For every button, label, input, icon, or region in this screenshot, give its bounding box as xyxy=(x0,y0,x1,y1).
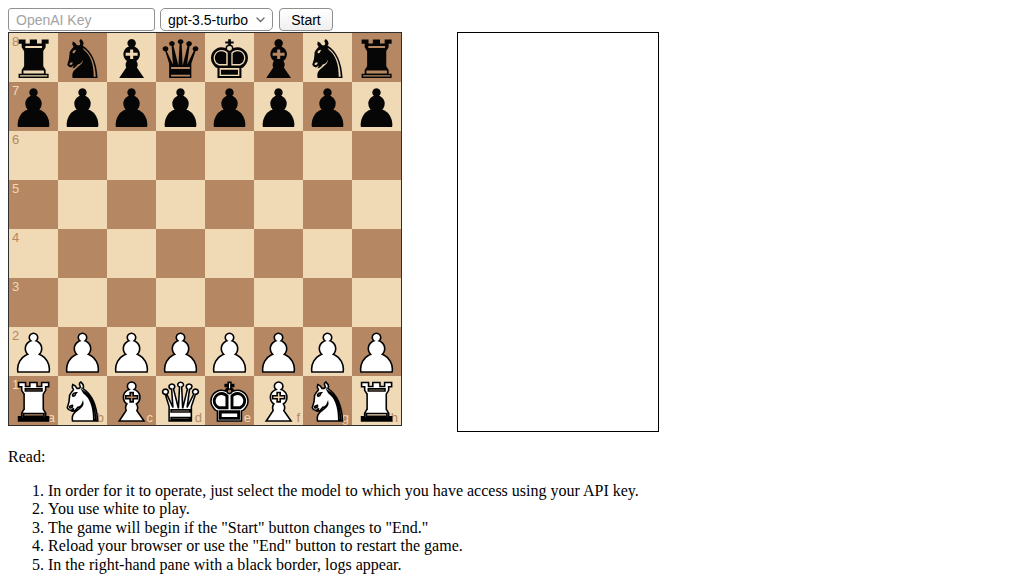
square-d2[interactable]: ♟ xyxy=(156,327,205,376)
square-a6[interactable]: 6 xyxy=(9,131,58,180)
square-a8[interactable]: 8♜ xyxy=(9,33,58,82)
piece-black-pawn[interactable]: ♟ xyxy=(353,82,401,135)
instruction-item: You use white to play. xyxy=(48,500,1016,518)
square-c5[interactable] xyxy=(107,180,156,229)
square-a1[interactable]: 1a♜ xyxy=(9,376,58,425)
square-h4[interactable] xyxy=(352,229,401,278)
square-a2[interactable]: 2♟ xyxy=(9,327,58,376)
square-f1[interactable]: f♝ xyxy=(254,376,303,425)
piece-white-queen[interactable]: ♛ xyxy=(157,376,205,429)
square-c3[interactable] xyxy=(107,278,156,327)
piece-white-knight[interactable]: ♞ xyxy=(304,376,352,429)
square-f7[interactable]: ♟ xyxy=(254,82,303,131)
square-c6[interactable] xyxy=(107,131,156,180)
instruction-item: In the right-hand pane with a black bord… xyxy=(48,556,1016,574)
square-b4[interactable] xyxy=(58,229,107,278)
model-select-value: gpt-3.5-turbo xyxy=(168,12,248,28)
square-h1[interactable]: h♜ xyxy=(352,376,401,425)
square-f8[interactable]: ♝ xyxy=(254,33,303,82)
rank-label: 3 xyxy=(12,280,19,293)
square-e3[interactable] xyxy=(205,278,254,327)
square-d8[interactable]: ♛ xyxy=(156,33,205,82)
rank-label: 5 xyxy=(12,182,19,195)
square-g4[interactable] xyxy=(303,229,352,278)
square-f4[interactable] xyxy=(254,229,303,278)
control-bar: gpt-3.5-turbo Start xyxy=(8,8,1016,31)
piece-black-pawn[interactable]: ♟ xyxy=(10,82,58,135)
square-e8[interactable]: ♚ xyxy=(205,33,254,82)
square-f3[interactable] xyxy=(254,278,303,327)
instructions-list: In order for it to operate, just select … xyxy=(8,482,1016,574)
square-c8[interactable]: ♝ xyxy=(107,33,156,82)
rank-label: 6 xyxy=(12,133,19,146)
square-d4[interactable] xyxy=(156,229,205,278)
square-c2[interactable]: ♟ xyxy=(107,327,156,376)
square-a4[interactable]: 4 xyxy=(9,229,58,278)
piece-white-bishop[interactable]: ♝ xyxy=(108,376,156,429)
square-f5[interactable] xyxy=(254,180,303,229)
chevron-down-icon xyxy=(256,17,265,23)
piece-white-king[interactable]: ♚ xyxy=(206,376,254,429)
square-f6[interactable] xyxy=(254,131,303,180)
square-b8[interactable]: ♞ xyxy=(58,33,107,82)
rank-label: 4 xyxy=(12,231,19,244)
piece-white-rook[interactable]: ♜ xyxy=(10,376,58,429)
square-e6[interactable] xyxy=(205,131,254,180)
square-a7[interactable]: 7♟ xyxy=(9,82,58,131)
model-select[interactable]: gpt-3.5-turbo xyxy=(160,8,273,31)
square-g7[interactable]: ♟ xyxy=(303,82,352,131)
piece-black-pawn[interactable]: ♟ xyxy=(206,82,254,135)
square-g3[interactable] xyxy=(303,278,352,327)
square-d1[interactable]: d♛ xyxy=(156,376,205,425)
square-e2[interactable]: ♟ xyxy=(205,327,254,376)
square-e7[interactable]: ♟ xyxy=(205,82,254,131)
start-button[interactable]: Start xyxy=(279,8,333,31)
piece-white-knight[interactable]: ♞ xyxy=(59,376,107,429)
square-h2[interactable]: ♟ xyxy=(352,327,401,376)
square-d7[interactable]: ♟ xyxy=(156,82,205,131)
instruction-item: In order for it to operate, just select … xyxy=(48,482,1016,500)
main-row: 8♜♞♝♛♚♝♞♜7♟♟♟♟♟♟♟♟65432♟♟♟♟♟♟♟♟1a♜b♞c♝d♛… xyxy=(8,32,1016,432)
instruction-item: The game will begin if the "Start" butto… xyxy=(48,519,1016,537)
square-h3[interactable] xyxy=(352,278,401,327)
piece-black-pawn[interactable]: ♟ xyxy=(108,82,156,135)
square-h6[interactable] xyxy=(352,131,401,180)
square-c4[interactable] xyxy=(107,229,156,278)
square-g2[interactable]: ♟ xyxy=(303,327,352,376)
api-key-input[interactable] xyxy=(8,8,155,31)
piece-white-rook[interactable]: ♜ xyxy=(353,376,401,429)
square-d3[interactable] xyxy=(156,278,205,327)
square-c1[interactable]: c♝ xyxy=(107,376,156,425)
square-b2[interactable]: ♟ xyxy=(58,327,107,376)
square-h5[interactable] xyxy=(352,180,401,229)
square-e1[interactable]: e♚ xyxy=(205,376,254,425)
square-e4[interactable] xyxy=(205,229,254,278)
square-a5[interactable]: 5 xyxy=(9,180,58,229)
square-c7[interactable]: ♟ xyxy=(107,82,156,131)
square-d6[interactable] xyxy=(156,131,205,180)
piece-black-pawn[interactable]: ♟ xyxy=(255,82,303,135)
instructions-heading: Read: xyxy=(8,448,1016,466)
square-g6[interactable] xyxy=(303,131,352,180)
square-b3[interactable] xyxy=(58,278,107,327)
square-g8[interactable]: ♞ xyxy=(303,33,352,82)
square-f2[interactable]: ♟ xyxy=(254,327,303,376)
square-e5[interactable] xyxy=(205,180,254,229)
square-b5[interactable] xyxy=(58,180,107,229)
square-b6[interactable] xyxy=(58,131,107,180)
square-b7[interactable]: ♟ xyxy=(58,82,107,131)
square-g5[interactable] xyxy=(303,180,352,229)
piece-black-pawn[interactable]: ♟ xyxy=(304,82,352,135)
piece-white-bishop[interactable]: ♝ xyxy=(255,376,303,429)
piece-black-pawn[interactable]: ♟ xyxy=(59,82,107,135)
chess-board: 8♜♞♝♛♚♝♞♜7♟♟♟♟♟♟♟♟65432♟♟♟♟♟♟♟♟1a♜b♞c♝d♛… xyxy=(8,32,402,426)
instruction-item: Reload your browser or use the "End" but… xyxy=(48,537,1016,555)
square-d5[interactable] xyxy=(156,180,205,229)
square-g1[interactable]: g♞ xyxy=(303,376,352,425)
square-h7[interactable]: ♟ xyxy=(352,82,401,131)
square-b1[interactable]: b♞ xyxy=(58,376,107,425)
square-a3[interactable]: 3 xyxy=(9,278,58,327)
piece-black-pawn[interactable]: ♟ xyxy=(157,82,205,135)
log-pane xyxy=(457,32,659,432)
square-h8[interactable]: ♜ xyxy=(352,33,401,82)
